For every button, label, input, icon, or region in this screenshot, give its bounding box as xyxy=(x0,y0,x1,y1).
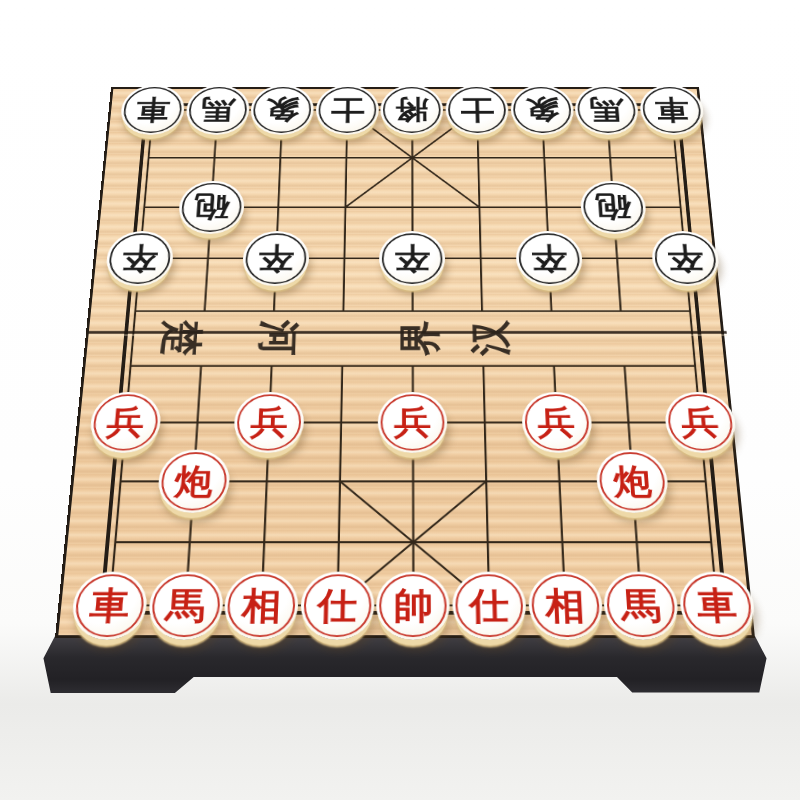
piece-glyph: 馬 xyxy=(200,97,236,124)
piece-glyph: 車 xyxy=(695,587,738,624)
piece-glyph: 兵 xyxy=(394,406,432,439)
piece-black-advisor[interactable]: 士 xyxy=(315,85,379,135)
board-wood-surface: 楚河界汉 車馬象士將士象馬車砲砲卒卒卒卒卒兵兵兵兵兵炮炮車馬相仕帥仕相馬車 xyxy=(55,87,755,638)
board-point-f3r7[interactable]: 兵 xyxy=(232,394,306,452)
board-point-f2r10[interactable]: 馬 xyxy=(145,573,225,637)
board-point-f8r10[interactable]: 馬 xyxy=(601,573,681,637)
piece-black-horse[interactable]: 馬 xyxy=(184,85,250,135)
piece-red-horse[interactable]: 馬 xyxy=(602,572,680,640)
board-point-f3r4[interactable]: 卒 xyxy=(241,233,311,285)
board-point-f2r1[interactable]: 馬 xyxy=(183,87,251,134)
piece-red-cannon[interactable]: 炮 xyxy=(595,450,670,513)
piece-glyph: 仕 xyxy=(469,587,510,624)
piece-glyph: 卒 xyxy=(530,243,567,273)
piece-glyph: 帥 xyxy=(393,587,433,624)
board-point-f6r1[interactable]: 士 xyxy=(444,87,510,134)
piece-glyph: 車 xyxy=(135,97,171,124)
piece-red-soldier[interactable]: 兵 xyxy=(663,392,738,453)
piece-black-general[interactable]: 將 xyxy=(381,85,444,135)
piece-glyph: 炮 xyxy=(612,464,653,498)
board-point-f9r1[interactable]: 車 xyxy=(637,87,706,134)
piece-black-chariot[interactable]: 車 xyxy=(638,85,705,135)
piece-glyph: 兵 xyxy=(537,406,576,439)
piece-black-soldier[interactable]: 卒 xyxy=(242,231,310,286)
piece-red-soldier[interactable]: 兵 xyxy=(378,392,448,453)
piece-red-chariot[interactable]: 車 xyxy=(70,572,149,640)
piece-black-horse[interactable]: 馬 xyxy=(574,85,640,135)
board-point-f5r4[interactable]: 卒 xyxy=(378,233,447,285)
board-tilt-wrapper: 楚河界汉 車馬象士將士象馬車砲砲卒卒卒卒卒兵兵兵兵兵炮炮車馬相仕帥仕相馬車 xyxy=(55,87,755,638)
piece-red-chariot[interactable]: 車 xyxy=(677,572,757,640)
board-point-f5r1[interactable]: 將 xyxy=(379,87,444,134)
board-point-f7r1[interactable]: 象 xyxy=(509,87,576,134)
board-point-f2r3[interactable]: 砲 xyxy=(176,182,246,232)
board-point-f7r4[interactable]: 卒 xyxy=(514,233,585,285)
board-point-f1r1[interactable]: 車 xyxy=(118,87,187,134)
piece-glyph: 砲 xyxy=(595,193,632,222)
piece-glyph: 象 xyxy=(524,97,559,124)
board-point-f2r8[interactable]: 炮 xyxy=(155,452,232,512)
piece-glyph: 馬 xyxy=(620,587,662,624)
piece-glyph: 馬 xyxy=(165,587,207,624)
piece-glyph: 車 xyxy=(653,97,689,124)
piece-black-cannon[interactable]: 砲 xyxy=(579,181,647,234)
piece-glyph: 卒 xyxy=(666,243,704,273)
piece-glyph: 士 xyxy=(460,97,495,124)
board-point-f8r3[interactable]: 砲 xyxy=(578,182,648,232)
board-point-f6r10[interactable]: 仕 xyxy=(451,573,528,637)
board-point-f5r7[interactable]: 兵 xyxy=(377,394,449,452)
piece-glyph: 仕 xyxy=(317,587,357,624)
board-point-f9r10[interactable]: 車 xyxy=(676,573,758,637)
piece-glyph: 相 xyxy=(241,587,282,624)
piece-black-advisor[interactable]: 士 xyxy=(445,85,509,135)
board-plastic-base xyxy=(42,636,768,698)
board-point-f3r10[interactable]: 相 xyxy=(222,573,301,637)
piece-glyph: 士 xyxy=(330,97,364,124)
piece-glyph: 兵 xyxy=(105,406,145,439)
board-point-f8r1[interactable]: 馬 xyxy=(573,87,641,134)
piece-glyph: 卒 xyxy=(258,243,295,273)
piece-red-elephant[interactable]: 相 xyxy=(527,572,604,640)
piece-black-chariot[interactable]: 車 xyxy=(119,85,186,135)
board-point-f1r4[interactable]: 卒 xyxy=(103,233,176,285)
piece-red-advisor[interactable]: 仕 xyxy=(300,572,375,640)
board-point-f9r7[interactable]: 兵 xyxy=(662,394,739,452)
piece-red-soldier[interactable]: 兵 xyxy=(233,392,305,453)
piece-glyph: 卒 xyxy=(121,243,159,273)
piece-glyph: 車 xyxy=(88,587,131,624)
piece-black-soldier[interactable]: 卒 xyxy=(515,231,583,286)
piece-red-soldier[interactable]: 兵 xyxy=(88,392,163,453)
piece-glyph: 砲 xyxy=(193,193,230,222)
board-point-f1r7[interactable]: 兵 xyxy=(87,394,164,452)
piece-black-soldier[interactable]: 卒 xyxy=(650,231,721,286)
piece-red-horse[interactable]: 馬 xyxy=(146,572,224,640)
pieces-layer[interactable]: 車馬象士將士象馬車砲砲卒卒卒卒卒兵兵兵兵兵炮炮車馬相仕帥仕相馬車 xyxy=(69,87,758,638)
piece-black-elephant[interactable]: 象 xyxy=(510,85,575,135)
piece-black-cannon[interactable]: 砲 xyxy=(177,181,245,234)
piece-glyph: 炮 xyxy=(173,464,213,498)
piece-glyph: 象 xyxy=(265,97,300,124)
xiangqi-scene: 楚河界汉 車馬象士將士象馬車砲砲卒卒卒卒卒兵兵兵兵兵炮炮車馬相仕帥仕相馬車 xyxy=(0,0,800,800)
board-point-f8r8[interactable]: 炮 xyxy=(594,452,671,512)
board-point-f3r1[interactable]: 象 xyxy=(249,87,316,134)
board-point-f4r10[interactable]: 仕 xyxy=(298,573,375,637)
board-point-f5r10[interactable]: 帥 xyxy=(375,573,452,637)
piece-glyph: 卒 xyxy=(395,243,431,273)
piece-red-cannon[interactable]: 炮 xyxy=(156,450,231,513)
piece-glyph: 相 xyxy=(544,587,585,624)
piece-glyph: 將 xyxy=(395,97,429,124)
piece-red-elephant[interactable]: 相 xyxy=(223,572,299,640)
piece-glyph: 馬 xyxy=(589,97,625,124)
board-point-f9r4[interactable]: 卒 xyxy=(649,233,722,285)
piece-red-advisor[interactable]: 仕 xyxy=(452,572,527,640)
piece-glyph: 兵 xyxy=(680,406,721,439)
piece-black-soldier[interactable]: 卒 xyxy=(379,231,445,286)
board-point-f7r7[interactable]: 兵 xyxy=(520,394,595,452)
board-point-f1r10[interactable]: 車 xyxy=(69,573,150,637)
piece-red-general[interactable]: 帥 xyxy=(376,572,450,640)
piece-red-soldier[interactable]: 兵 xyxy=(521,392,593,453)
piece-glyph: 兵 xyxy=(250,406,289,439)
piece-black-elephant[interactable]: 象 xyxy=(250,85,315,135)
board-point-f4r1[interactable]: 士 xyxy=(314,87,380,134)
board-point-f7r10[interactable]: 相 xyxy=(526,573,605,637)
piece-black-soldier[interactable]: 卒 xyxy=(104,231,175,286)
